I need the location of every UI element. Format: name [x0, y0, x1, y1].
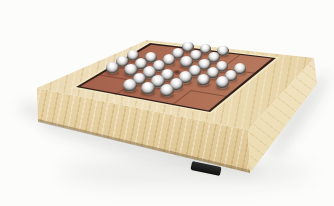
ball-highlight	[210, 69, 214, 72]
ball-highlight	[185, 43, 188, 45]
ball-highlight	[211, 54, 214, 56]
ball-highlight	[201, 75, 205, 78]
ball-highlight	[127, 80, 131, 83]
ball-highlight	[203, 45, 206, 47]
ball-highlight	[164, 86, 168, 89]
ball-highlight	[219, 78, 223, 81]
peg-ball[interactable]	[141, 82, 155, 95]
ball-highlight	[164, 70, 168, 73]
ball-highlight	[138, 59, 142, 62]
ball-highlight	[166, 55, 169, 58]
ball-highlight	[128, 65, 132, 68]
engraved-line	[171, 90, 191, 106]
ball-highlight	[155, 77, 159, 80]
ball-highlight	[110, 63, 114, 66]
ball-highlight	[173, 79, 177, 82]
peg-ball[interactable]	[123, 79, 137, 92]
ball-highlight	[145, 83, 149, 86]
ball-highlight	[148, 53, 151, 56]
ball-highlight	[136, 74, 140, 77]
ball-highlight	[201, 60, 204, 63]
ball-highlight	[228, 71, 232, 74]
ball-highlight	[156, 62, 160, 65]
ball-highlight	[220, 47, 223, 49]
engraved-line	[191, 90, 229, 97]
product-photo-scene	[0, 0, 334, 206]
ball-highlight	[219, 62, 222, 65]
ball-highlight	[175, 49, 178, 51]
ball-highlight	[184, 58, 187, 61]
ball-highlight	[192, 66, 196, 69]
ball-highlight	[120, 57, 124, 60]
ball-highlight	[193, 51, 196, 53]
ball-highlight	[183, 73, 187, 76]
ball-highlight	[146, 68, 150, 71]
peg-ball[interactable]	[216, 76, 229, 88]
peg-ball[interactable]	[106, 62, 119, 74]
ball-highlight	[130, 51, 133, 54]
ball-highlight	[237, 64, 240, 67]
peg-board-overlay	[0, 0, 334, 206]
